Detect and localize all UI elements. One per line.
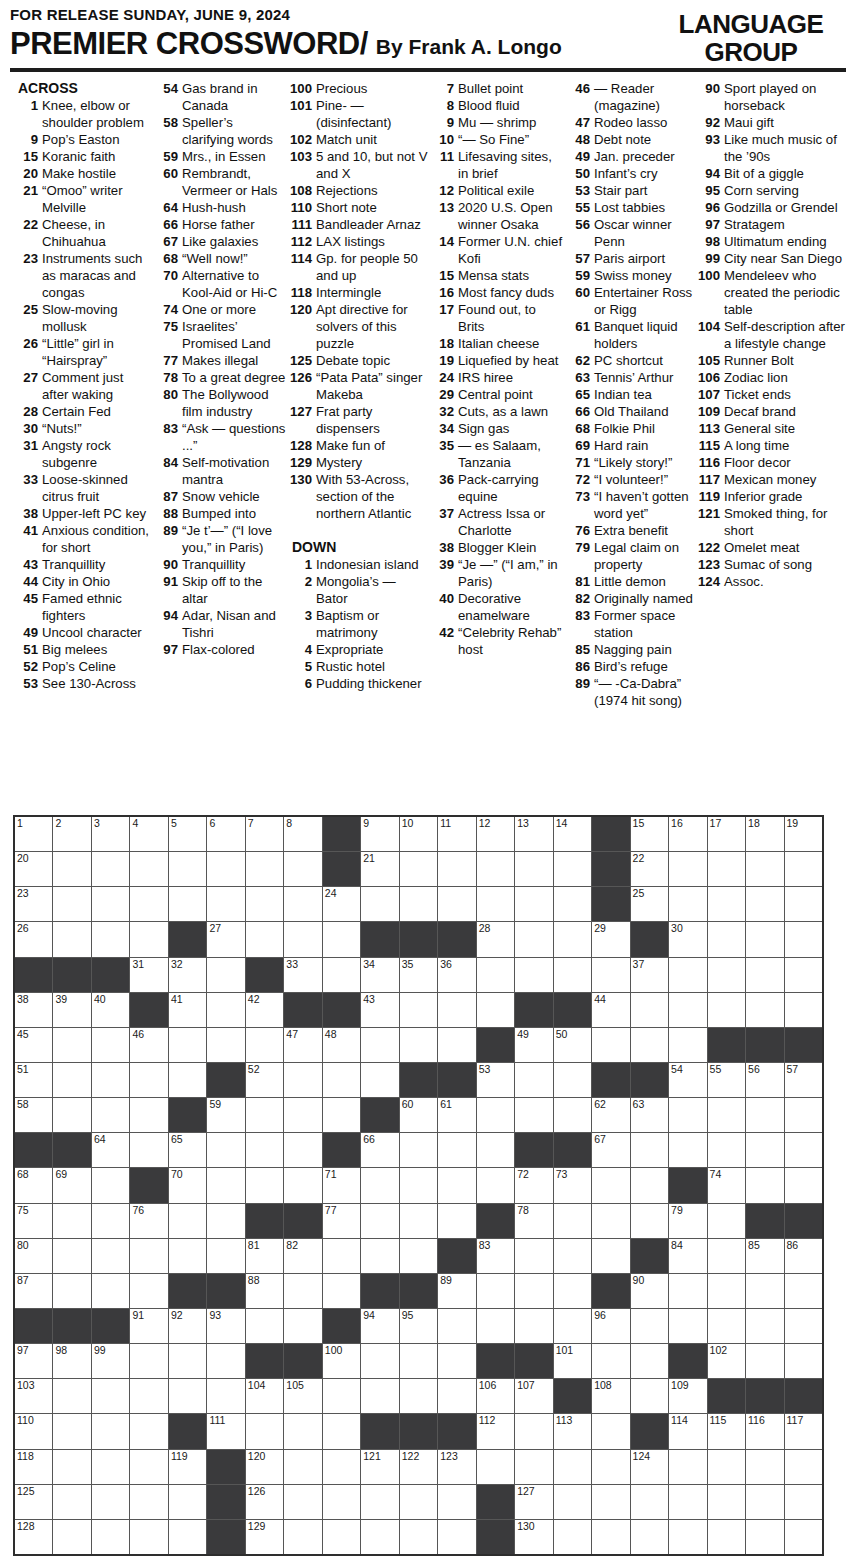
cell-r11c12[interactable] xyxy=(438,1168,475,1202)
cell-r18c13[interactable]: 112 xyxy=(477,1414,514,1448)
cell-r14c19[interactable] xyxy=(708,1274,745,1308)
cell-r2c12[interactable] xyxy=(438,852,475,886)
cell-r3c14[interactable] xyxy=(515,887,552,921)
cell-r11c1[interactable]: 68 xyxy=(15,1168,52,1202)
cell-r4c15[interactable] xyxy=(554,922,591,956)
cell-r7c4[interactable]: 46 xyxy=(130,1028,167,1062)
cell-r19c7[interactable]: 120 xyxy=(246,1450,283,1484)
cell-r4c9[interactable] xyxy=(323,922,360,956)
cell-r11c19[interactable]: 74 xyxy=(708,1168,745,1202)
cell-r3c21[interactable] xyxy=(785,887,822,921)
cell-r7c6[interactable] xyxy=(207,1028,244,1062)
cell-r20c3[interactable] xyxy=(92,1485,129,1519)
cell-r1c11[interactable]: 10 xyxy=(400,817,437,851)
cell-r18c21[interactable]: 117 xyxy=(785,1414,822,1448)
cell-r12c16[interactable] xyxy=(592,1204,629,1238)
cell-r15c10[interactable]: 94 xyxy=(361,1309,398,1343)
cell-r11c13[interactable] xyxy=(477,1168,514,1202)
cell-r19c13[interactable] xyxy=(477,1450,514,1484)
cell-r19c2[interactable] xyxy=(53,1450,90,1484)
cell-r5c16[interactable] xyxy=(592,958,629,992)
cell-r17c5[interactable] xyxy=(169,1379,206,1413)
cell-r3c6[interactable] xyxy=(207,887,244,921)
cell-r21c8[interactable] xyxy=(284,1520,321,1554)
cell-r8c8[interactable] xyxy=(284,1063,321,1097)
cell-r3c12[interactable] xyxy=(438,887,475,921)
cell-r5c15[interactable] xyxy=(554,958,591,992)
cell-r9c7[interactable] xyxy=(246,1098,283,1132)
cell-r4c18[interactable]: 30 xyxy=(669,922,706,956)
cell-r4c8[interactable] xyxy=(284,922,321,956)
cell-r8c18[interactable]: 54 xyxy=(669,1063,706,1097)
cell-r1c21[interactable]: 19 xyxy=(785,817,822,851)
cell-r5c19[interactable] xyxy=(708,958,745,992)
cell-r14c17[interactable]: 90 xyxy=(631,1274,668,1308)
cell-r7c9[interactable]: 48 xyxy=(323,1028,360,1062)
cell-r8c7[interactable]: 52 xyxy=(246,1063,283,1097)
cell-r17c7[interactable]: 104 xyxy=(246,1379,283,1413)
cell-r5c12[interactable]: 36 xyxy=(438,958,475,992)
cell-r14c1[interactable]: 87 xyxy=(15,1274,52,1308)
cell-r9c12[interactable]: 61 xyxy=(438,1098,475,1132)
cell-r20c7[interactable]: 126 xyxy=(246,1485,283,1519)
cell-r21c10[interactable] xyxy=(361,1520,398,1554)
cell-r6c1[interactable]: 38 xyxy=(15,993,52,1027)
cell-r12c17[interactable] xyxy=(631,1204,668,1238)
cell-r11c17[interactable] xyxy=(631,1168,668,1202)
cell-r19c16[interactable] xyxy=(592,1450,629,1484)
cell-r7c1[interactable]: 45 xyxy=(15,1028,52,1062)
cell-r14c3[interactable] xyxy=(92,1274,129,1308)
cell-r13c8[interactable]: 82 xyxy=(284,1239,321,1273)
cell-r1c12[interactable]: 11 xyxy=(438,817,475,851)
cell-r9c6[interactable]: 59 xyxy=(207,1098,244,1132)
cell-r5c4[interactable]: 31 xyxy=(130,958,167,992)
cell-r3c5[interactable] xyxy=(169,887,206,921)
cell-r18c8[interactable] xyxy=(284,1414,321,1448)
cell-r18c16[interactable] xyxy=(592,1414,629,1448)
cell-r18c2[interactable] xyxy=(53,1414,90,1448)
cell-r17c10[interactable] xyxy=(361,1379,398,1413)
cell-r1c8[interactable]: 8 xyxy=(284,817,321,851)
cell-r12c11[interactable] xyxy=(400,1204,437,1238)
cell-r11c6[interactable] xyxy=(207,1168,244,1202)
cell-r20c8[interactable] xyxy=(284,1485,321,1519)
cell-r21c17[interactable] xyxy=(631,1520,668,1554)
cell-r7c15[interactable]: 50 xyxy=(554,1028,591,1062)
cell-r18c15[interactable]: 113 xyxy=(554,1414,591,1448)
cell-r6c5[interactable]: 41 xyxy=(169,993,206,1027)
cell-r15c18[interactable] xyxy=(669,1309,706,1343)
cell-r20c1[interactable]: 125 xyxy=(15,1485,52,1519)
cell-r21c4[interactable] xyxy=(130,1520,167,1554)
cell-r20c2[interactable] xyxy=(53,1485,90,1519)
cell-r19c21[interactable] xyxy=(785,1450,822,1484)
cell-r12c2[interactable] xyxy=(53,1204,90,1238)
cell-r19c18[interactable] xyxy=(669,1450,706,1484)
cell-r3c4[interactable] xyxy=(130,887,167,921)
cell-r6c3[interactable]: 40 xyxy=(92,993,129,1027)
cell-r11c7[interactable] xyxy=(246,1168,283,1202)
cell-r12c15[interactable] xyxy=(554,1204,591,1238)
cell-r10c10[interactable]: 66 xyxy=(361,1133,398,1167)
cell-r20c21[interactable] xyxy=(785,1485,822,1519)
cell-r9c14[interactable] xyxy=(515,1098,552,1132)
cell-r10c8[interactable] xyxy=(284,1133,321,1167)
cell-r10c12[interactable] xyxy=(438,1133,475,1167)
cell-r2c6[interactable] xyxy=(207,852,244,886)
cell-r5c11[interactable]: 35 xyxy=(400,958,437,992)
cell-r19c19[interactable] xyxy=(708,1450,745,1484)
cell-r19c12[interactable]: 123 xyxy=(438,1450,475,1484)
cell-r8c4[interactable] xyxy=(130,1063,167,1097)
cell-r5c20[interactable] xyxy=(746,958,783,992)
cell-r3c1[interactable]: 23 xyxy=(15,887,52,921)
cell-r1c14[interactable]: 13 xyxy=(515,817,552,851)
cell-r13c10[interactable] xyxy=(361,1239,398,1273)
cell-r20c9[interactable] xyxy=(323,1485,360,1519)
cell-r6c7[interactable]: 42 xyxy=(246,993,283,1027)
cell-r16c9[interactable]: 100 xyxy=(323,1344,360,1378)
cell-r11c5[interactable]: 70 xyxy=(169,1168,206,1202)
cell-r15c6[interactable]: 93 xyxy=(207,1309,244,1343)
cell-r18c19[interactable]: 115 xyxy=(708,1414,745,1448)
cell-r12c3[interactable] xyxy=(92,1204,129,1238)
cell-r4c14[interactable] xyxy=(515,922,552,956)
cell-r15c5[interactable]: 92 xyxy=(169,1309,206,1343)
cell-r12c6[interactable] xyxy=(207,1204,244,1238)
cell-r1c18[interactable]: 16 xyxy=(669,817,706,851)
cell-r21c12[interactable] xyxy=(438,1520,475,1554)
cell-r2c13[interactable] xyxy=(477,852,514,886)
cell-r8c15[interactable] xyxy=(554,1063,591,1097)
cell-r5c9[interactable] xyxy=(323,958,360,992)
cell-r13c9[interactable] xyxy=(323,1239,360,1273)
cell-r16c16[interactable] xyxy=(592,1344,629,1378)
cell-r2c18[interactable] xyxy=(669,852,706,886)
cell-r9c1[interactable]: 58 xyxy=(15,1098,52,1132)
cell-r9c15[interactable] xyxy=(554,1098,591,1132)
cell-r15c21[interactable] xyxy=(785,1309,822,1343)
cell-r9c4[interactable] xyxy=(130,1098,167,1132)
cell-r15c8[interactable] xyxy=(284,1309,321,1343)
cell-r7c5[interactable] xyxy=(169,1028,206,1062)
cell-r7c7[interactable] xyxy=(246,1028,283,1062)
cell-r15c20[interactable] xyxy=(746,1309,783,1343)
cell-r12c10[interactable] xyxy=(361,1204,398,1238)
cell-r19c20[interactable] xyxy=(746,1450,783,1484)
cell-r19c15[interactable] xyxy=(554,1450,591,1484)
cell-r5c10[interactable]: 34 xyxy=(361,958,398,992)
cell-r6c21[interactable] xyxy=(785,993,822,1027)
cell-r4c21[interactable] xyxy=(785,922,822,956)
cell-r16c11[interactable] xyxy=(400,1344,437,1378)
cell-r3c10[interactable] xyxy=(361,887,398,921)
cell-r6c11[interactable] xyxy=(400,993,437,1027)
cell-r10c13[interactable] xyxy=(477,1133,514,1167)
cell-r16c4[interactable] xyxy=(130,1344,167,1378)
cell-r12c9[interactable]: 77 xyxy=(323,1204,360,1238)
cell-r15c4[interactable]: 91 xyxy=(130,1309,167,1343)
cell-r3c13[interactable] xyxy=(477,887,514,921)
cell-r10c5[interactable]: 65 xyxy=(169,1133,206,1167)
cell-r1c6[interactable]: 6 xyxy=(207,817,244,851)
cell-r17c17[interactable] xyxy=(631,1379,668,1413)
cell-r13c6[interactable] xyxy=(207,1239,244,1273)
cell-r9c20[interactable] xyxy=(746,1098,783,1132)
cell-r8c2[interactable] xyxy=(53,1063,90,1097)
cell-r1c5[interactable]: 5 xyxy=(169,817,206,851)
cell-r17c16[interactable]: 108 xyxy=(592,1379,629,1413)
cell-r10c11[interactable] xyxy=(400,1133,437,1167)
cell-r3c20[interactable] xyxy=(746,887,783,921)
cell-r16c2[interactable]: 98 xyxy=(53,1344,90,1378)
cell-r17c12[interactable] xyxy=(438,1379,475,1413)
cell-r16c10[interactable] xyxy=(361,1344,398,1378)
cell-r16c15[interactable]: 101 xyxy=(554,1344,591,1378)
cell-r7c16[interactable] xyxy=(592,1028,629,1062)
cell-r8c5[interactable] xyxy=(169,1063,206,1097)
cell-r2c3[interactable] xyxy=(92,852,129,886)
cell-r9c11[interactable]: 60 xyxy=(400,1098,437,1132)
cell-r13c3[interactable] xyxy=(92,1239,129,1273)
cell-r19c4[interactable] xyxy=(130,1450,167,1484)
cell-r4c13[interactable]: 28 xyxy=(477,922,514,956)
cell-r10c18[interactable] xyxy=(669,1133,706,1167)
cell-r12c19[interactable] xyxy=(708,1204,745,1238)
cell-r5c6[interactable] xyxy=(207,958,244,992)
cell-r13c21[interactable]: 86 xyxy=(785,1239,822,1273)
cell-r19c9[interactable] xyxy=(323,1450,360,1484)
cell-r17c6[interactable] xyxy=(207,1379,244,1413)
cell-r8c21[interactable]: 57 xyxy=(785,1063,822,1097)
cell-r21c21[interactable] xyxy=(785,1520,822,1554)
cell-r14c9[interactable] xyxy=(323,1274,360,1308)
cell-r5c5[interactable]: 32 xyxy=(169,958,206,992)
cell-r21c11[interactable] xyxy=(400,1520,437,1554)
cell-r16c6[interactable] xyxy=(207,1344,244,1378)
cell-r2c1[interactable]: 20 xyxy=(15,852,52,886)
cell-r16c12[interactable] xyxy=(438,1344,475,1378)
cell-r9c21[interactable] xyxy=(785,1098,822,1132)
cell-r13c11[interactable] xyxy=(400,1239,437,1273)
cell-r5c13[interactable] xyxy=(477,958,514,992)
cell-r14c2[interactable] xyxy=(53,1274,90,1308)
cell-r20c15[interactable] xyxy=(554,1485,591,1519)
cell-r2c21[interactable] xyxy=(785,852,822,886)
cell-r2c8[interactable] xyxy=(284,852,321,886)
cell-r7c12[interactable] xyxy=(438,1028,475,1062)
cell-r13c7[interactable]: 81 xyxy=(246,1239,283,1273)
cell-r6c10[interactable]: 43 xyxy=(361,993,398,1027)
cell-r21c16[interactable] xyxy=(592,1520,629,1554)
cell-r17c9[interactable] xyxy=(323,1379,360,1413)
cell-r13c15[interactable] xyxy=(554,1239,591,1273)
cell-r2c14[interactable] xyxy=(515,852,552,886)
cell-r2c7[interactable] xyxy=(246,852,283,886)
cell-r15c13[interactable] xyxy=(477,1309,514,1343)
cell-r12c4[interactable]: 76 xyxy=(130,1204,167,1238)
cell-r4c7[interactable] xyxy=(246,922,283,956)
cell-r14c4[interactable] xyxy=(130,1274,167,1308)
cell-r10c16[interactable]: 67 xyxy=(592,1133,629,1167)
cell-r11c21[interactable] xyxy=(785,1168,822,1202)
cell-r11c3[interactable] xyxy=(92,1168,129,1202)
cell-r15c19[interactable] xyxy=(708,1309,745,1343)
cell-r15c16[interactable]: 96 xyxy=(592,1309,629,1343)
cell-r14c7[interactable]: 88 xyxy=(246,1274,283,1308)
cell-r4c20[interactable] xyxy=(746,922,783,956)
cell-r12c12[interactable] xyxy=(438,1204,475,1238)
cell-r19c17[interactable]: 124 xyxy=(631,1450,668,1484)
cell-r17c8[interactable]: 105 xyxy=(284,1379,321,1413)
cell-r10c4[interactable] xyxy=(130,1133,167,1167)
cell-r3c2[interactable] xyxy=(53,887,90,921)
cell-r20c12[interactable] xyxy=(438,1485,475,1519)
cell-r18c20[interactable]: 116 xyxy=(746,1414,783,1448)
cell-r11c9[interactable]: 71 xyxy=(323,1168,360,1202)
cell-r2c2[interactable] xyxy=(53,852,90,886)
cell-r16c5[interactable] xyxy=(169,1344,206,1378)
cell-r8c13[interactable]: 53 xyxy=(477,1063,514,1097)
cell-r3c18[interactable] xyxy=(669,887,706,921)
cell-r12c5[interactable] xyxy=(169,1204,206,1238)
cell-r7c11[interactable] xyxy=(400,1028,437,1062)
cell-r18c3[interactable] xyxy=(92,1414,129,1448)
cell-r13c18[interactable]: 84 xyxy=(669,1239,706,1273)
cell-r18c4[interactable] xyxy=(130,1414,167,1448)
cell-r9c8[interactable] xyxy=(284,1098,321,1132)
cell-r18c9[interactable] xyxy=(323,1414,360,1448)
cell-r17c3[interactable] xyxy=(92,1379,129,1413)
cell-r1c13[interactable]: 12 xyxy=(477,817,514,851)
cell-r19c14[interactable] xyxy=(515,1450,552,1484)
cell-r8c10[interactable] xyxy=(361,1063,398,1097)
cell-r1c17[interactable]: 15 xyxy=(631,817,668,851)
cell-r14c14[interactable] xyxy=(515,1274,552,1308)
cell-r13c20[interactable]: 85 xyxy=(746,1239,783,1273)
cell-r4c6[interactable]: 27 xyxy=(207,922,244,956)
cell-r20c14[interactable]: 127 xyxy=(515,1485,552,1519)
cell-r16c17[interactable] xyxy=(631,1344,668,1378)
cell-r4c3[interactable] xyxy=(92,922,129,956)
cell-r19c10[interactable]: 121 xyxy=(361,1450,398,1484)
cell-r14c8[interactable] xyxy=(284,1274,321,1308)
cell-r7c8[interactable]: 47 xyxy=(284,1028,321,1062)
cell-r6c16[interactable]: 44 xyxy=(592,993,629,1027)
cell-r13c14[interactable] xyxy=(515,1239,552,1273)
cell-r9c13[interactable] xyxy=(477,1098,514,1132)
cell-r20c5[interactable] xyxy=(169,1485,206,1519)
cell-r15c14[interactable] xyxy=(515,1309,552,1343)
cell-r1c15[interactable]: 14 xyxy=(554,817,591,851)
cell-r13c5[interactable] xyxy=(169,1239,206,1273)
cell-r6c2[interactable]: 39 xyxy=(53,993,90,1027)
cell-r11c20[interactable] xyxy=(746,1168,783,1202)
cell-r18c18[interactable]: 114 xyxy=(669,1414,706,1448)
cell-r9c17[interactable]: 63 xyxy=(631,1098,668,1132)
cell-r5c18[interactable] xyxy=(669,958,706,992)
cell-r17c14[interactable]: 107 xyxy=(515,1379,552,1413)
cell-r19c5[interactable]: 119 xyxy=(169,1450,206,1484)
cell-r1c2[interactable]: 2 xyxy=(53,817,90,851)
cell-r15c15[interactable] xyxy=(554,1309,591,1343)
cell-r13c1[interactable]: 80 xyxy=(15,1239,52,1273)
cell-r18c14[interactable] xyxy=(515,1414,552,1448)
cell-r4c2[interactable] xyxy=(53,922,90,956)
cell-r1c1[interactable]: 1 xyxy=(15,817,52,851)
cell-r9c18[interactable] xyxy=(669,1098,706,1132)
cell-r19c11[interactable]: 122 xyxy=(400,1450,437,1484)
cell-r1c3[interactable]: 3 xyxy=(92,817,129,851)
cell-r19c1[interactable]: 118 xyxy=(15,1450,52,1484)
cell-r21c20[interactable] xyxy=(746,1520,783,1554)
cell-r16c20[interactable] xyxy=(746,1344,783,1378)
cell-r10c6[interactable] xyxy=(207,1133,244,1167)
cell-r12c1[interactable]: 75 xyxy=(15,1204,52,1238)
cell-r17c11[interactable] xyxy=(400,1379,437,1413)
cell-r6c20[interactable] xyxy=(746,993,783,1027)
cell-r3c3[interactable] xyxy=(92,887,129,921)
cell-r20c10[interactable] xyxy=(361,1485,398,1519)
cell-r13c16[interactable] xyxy=(592,1239,629,1273)
cell-r21c2[interactable] xyxy=(53,1520,90,1554)
cell-r11c10[interactable] xyxy=(361,1168,398,1202)
cell-r8c20[interactable]: 56 xyxy=(746,1063,783,1097)
cell-r7c18[interactable] xyxy=(669,1028,706,1062)
cell-r14c18[interactable] xyxy=(669,1274,706,1308)
cell-r20c18[interactable] xyxy=(669,1485,706,1519)
cell-r13c13[interactable]: 83 xyxy=(477,1239,514,1273)
cell-r6c13[interactable] xyxy=(477,993,514,1027)
cell-r17c4[interactable] xyxy=(130,1379,167,1413)
cell-r9c2[interactable] xyxy=(53,1098,90,1132)
cell-r21c15[interactable] xyxy=(554,1520,591,1554)
cell-r8c19[interactable]: 55 xyxy=(708,1063,745,1097)
cell-r6c18[interactable] xyxy=(669,993,706,1027)
cell-r21c9[interactable] xyxy=(323,1520,360,1554)
cell-r5c17[interactable]: 37 xyxy=(631,958,668,992)
cell-r3c9[interactable]: 24 xyxy=(323,887,360,921)
cell-r6c17[interactable] xyxy=(631,993,668,1027)
cell-r4c4[interactable] xyxy=(130,922,167,956)
cell-r7c17[interactable] xyxy=(631,1028,668,1062)
cell-r1c10[interactable]: 9 xyxy=(361,817,398,851)
cell-r3c15[interactable] xyxy=(554,887,591,921)
cell-r21c18[interactable] xyxy=(669,1520,706,1554)
cell-r6c12[interactable] xyxy=(438,993,475,1027)
cell-r16c19[interactable]: 102 xyxy=(708,1344,745,1378)
cell-r21c3[interactable] xyxy=(92,1520,129,1554)
cell-r19c8[interactable] xyxy=(284,1450,321,1484)
cell-r2c19[interactable] xyxy=(708,852,745,886)
cell-r3c7[interactable] xyxy=(246,887,283,921)
cell-r4c16[interactable]: 29 xyxy=(592,922,629,956)
cell-r12c14[interactable]: 78 xyxy=(515,1204,552,1238)
cell-r3c11[interactable] xyxy=(400,887,437,921)
cell-r8c14[interactable] xyxy=(515,1063,552,1097)
cell-r9c19[interactable] xyxy=(708,1098,745,1132)
cell-r20c20[interactable] xyxy=(746,1485,783,1519)
cell-r3c19[interactable] xyxy=(708,887,745,921)
cell-r18c1[interactable]: 110 xyxy=(15,1414,52,1448)
cell-r12c18[interactable]: 79 xyxy=(669,1204,706,1238)
cell-r14c21[interactable] xyxy=(785,1274,822,1308)
cell-r17c2[interactable] xyxy=(53,1379,90,1413)
cell-r21c14[interactable]: 130 xyxy=(515,1520,552,1554)
cell-r1c20[interactable]: 18 xyxy=(746,817,783,851)
cell-r11c16[interactable] xyxy=(592,1168,629,1202)
